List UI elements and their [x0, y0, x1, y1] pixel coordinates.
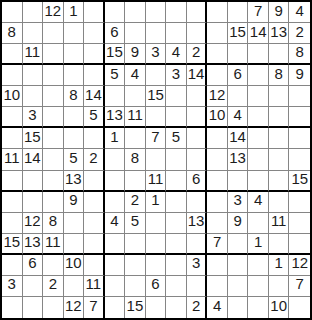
cell-r15c8[interactable] [146, 297, 167, 318]
given-digit: 15 [147, 87, 164, 102]
cell-r12c11: 7 [207, 234, 228, 255]
cell-r4c7: 4 [125, 65, 146, 86]
cell-r14c7[interactable] [125, 276, 146, 297]
cell-r13c14: 1 [269, 255, 290, 276]
cell-r13c6[interactable] [105, 255, 126, 276]
given-digit: 3 [172, 66, 180, 81]
given-digit: 14 [229, 129, 246, 144]
cell-r9c9[interactable] [166, 171, 187, 192]
cell-r8c2: 14 [23, 149, 44, 170]
cell-r3c14[interactable] [269, 44, 290, 65]
cell-r10c4: 9 [64, 192, 85, 213]
cell-r5c11: 12 [207, 86, 228, 107]
cell-r2c14: 13 [269, 23, 290, 44]
cell-r9c11[interactable] [207, 171, 228, 192]
cell-r6c11: 10 [207, 107, 228, 128]
cell-r4c4[interactable] [64, 65, 85, 86]
cell-r13c1[interactable] [2, 255, 23, 276]
cell-r9c7[interactable] [125, 171, 146, 192]
given-digit: 15 [3, 234, 20, 249]
cell-r7c11[interactable] [207, 128, 228, 149]
cell-r2c7[interactable] [125, 23, 146, 44]
cell-r2c8[interactable] [146, 23, 167, 44]
cell-r10c6[interactable] [105, 192, 126, 213]
cell-r12c12[interactable] [228, 234, 249, 255]
cell-r1c3: 12 [43, 2, 64, 23]
cell-r4c13[interactable] [248, 65, 269, 86]
cell-r1c14: 9 [269, 2, 290, 23]
cell-r13c9[interactable] [166, 255, 187, 276]
cell-r8c5: 2 [84, 149, 105, 170]
cell-r8c7: 8 [125, 149, 146, 170]
cell-r14c4[interactable] [64, 276, 85, 297]
cell-r2c11[interactable] [207, 23, 228, 44]
cell-r2c2[interactable] [23, 23, 44, 44]
cell-r7c7[interactable] [125, 128, 146, 149]
cell-r12c8[interactable] [146, 234, 167, 255]
given-digit: 8 [8, 24, 16, 39]
given-digit: 9 [233, 213, 241, 228]
cell-r6c12: 4 [228, 107, 249, 128]
given-digit: 3 [151, 44, 159, 59]
given-digit: 4 [213, 298, 221, 313]
given-digit: 1 [110, 129, 118, 144]
cell-r5c12[interactable] [228, 86, 249, 107]
cell-r11c3: 8 [43, 213, 64, 234]
cell-r7c9: 5 [166, 128, 187, 149]
given-digit: 6 [110, 24, 118, 39]
cell-r3c12[interactable] [228, 44, 249, 65]
cell-r12c13: 1 [248, 234, 269, 255]
cell-r10c10[interactable] [187, 192, 208, 213]
cell-r13c4: 10 [64, 255, 85, 276]
given-digit: 5 [131, 213, 139, 228]
cell-r11c2: 12 [23, 213, 44, 234]
given-digit: 15 [106, 44, 123, 59]
given-digit: 13 [229, 150, 246, 165]
given-digit: 7 [254, 3, 262, 18]
cell-r10c15[interactable] [289, 192, 310, 213]
given-digit: 2 [192, 44, 200, 59]
cell-r15c15[interactable] [289, 297, 310, 318]
cell-r8c10[interactable] [187, 149, 208, 170]
given-digit: 7 [151, 129, 159, 144]
cell-r6c5: 5 [84, 107, 105, 128]
cell-r8c14[interactable] [269, 149, 290, 170]
given-digit: 11 [45, 234, 61, 249]
cell-r14c14[interactable] [269, 276, 290, 297]
cell-r12c6[interactable] [105, 234, 126, 255]
cell-r11c9[interactable] [166, 213, 187, 234]
cell-r1c7[interactable] [125, 2, 146, 23]
cell-r3c2: 11 [23, 44, 44, 65]
cell-r9c5[interactable] [84, 171, 105, 192]
cell-r3c9: 4 [166, 44, 187, 65]
cell-r13c10: 3 [187, 255, 208, 276]
cell-r3c5[interactable] [84, 44, 105, 65]
cell-r12c5[interactable] [84, 234, 105, 255]
given-digit: 14 [24, 150, 41, 165]
cell-r7c5[interactable] [84, 128, 105, 149]
cell-r3c6: 15 [105, 44, 126, 65]
cell-r1c11[interactable] [207, 2, 228, 23]
given-digit: 15 [24, 129, 41, 144]
cell-r12c3: 11 [43, 234, 64, 255]
cell-r14c10[interactable] [187, 276, 208, 297]
given-digit: 11 [127, 107, 143, 122]
cell-r6c1[interactable] [2, 107, 23, 128]
given-digit: 1 [69, 3, 77, 18]
cell-r13c7[interactable] [125, 255, 146, 276]
cell-r12c15[interactable] [289, 234, 310, 255]
cell-r5c13[interactable] [248, 86, 269, 107]
cell-r7c8: 7 [146, 128, 167, 149]
cell-r2c6: 6 [105, 23, 126, 44]
cell-r2c3[interactable] [43, 23, 64, 44]
cell-r3c3[interactable] [43, 44, 64, 65]
given-digit: 11 [271, 213, 287, 228]
cell-r4c5[interactable] [84, 65, 105, 86]
given-digit: 5 [69, 150, 77, 165]
cell-r13c13[interactable] [248, 255, 269, 276]
cell-r1c5[interactable] [84, 2, 105, 23]
cell-r9c1[interactable] [2, 171, 23, 192]
cell-r14c8: 6 [146, 276, 167, 297]
cell-r11c8[interactable] [146, 213, 167, 234]
cell-r14c5: 11 [84, 276, 105, 297]
cell-r7c13[interactable] [248, 128, 269, 149]
cell-r1c1[interactable] [2, 2, 23, 23]
cell-r6c7: 11 [125, 107, 146, 128]
cell-r2c9[interactable] [166, 23, 187, 44]
cell-r4c6: 5 [105, 65, 126, 86]
cell-r1c12[interactable] [228, 2, 249, 23]
cell-r10c14[interactable] [269, 192, 290, 213]
cell-r14c12[interactable] [228, 276, 249, 297]
given-digit: 8 [49, 213, 57, 228]
given-digit: 12 [44, 3, 61, 18]
cell-r15c1[interactable] [2, 297, 23, 318]
given-digit: 14 [188, 66, 205, 81]
cell-r13c15: 12 [289, 255, 310, 276]
cell-r9c15: 15 [289, 171, 310, 192]
cell-r10c1[interactable] [2, 192, 23, 213]
cell-r3c11[interactable] [207, 44, 228, 65]
given-digit: 14 [250, 24, 267, 39]
cell-r7c3[interactable] [43, 128, 64, 149]
given-digit: 5 [172, 129, 180, 144]
cell-r3c10: 2 [187, 44, 208, 65]
cell-r1c10[interactable] [187, 2, 208, 23]
cell-r8c12: 13 [228, 149, 249, 170]
cell-r6c3[interactable] [43, 107, 64, 128]
given-digit: 2 [89, 150, 97, 165]
given-digit: 12 [209, 87, 226, 102]
cell-r12c9[interactable] [166, 234, 187, 255]
cell-r1c2[interactable] [23, 2, 44, 23]
given-digit: 5 [110, 66, 118, 81]
given-digit: 4 [172, 44, 180, 59]
given-digit: 3 [8, 276, 16, 291]
cell-r11c1[interactable] [2, 213, 23, 234]
cell-r4c3[interactable] [43, 65, 64, 86]
cell-r3c1[interactable] [2, 44, 23, 65]
cell-r15c7: 15 [125, 297, 146, 318]
cell-r2c12: 15 [228, 23, 249, 44]
cell-r5c15[interactable] [289, 86, 310, 107]
cell-r4c11[interactable] [207, 65, 228, 86]
cell-r6c4[interactable] [64, 107, 85, 128]
cell-r12c7[interactable] [125, 234, 146, 255]
cell-r15c4: 12 [64, 297, 85, 318]
cell-r1c9[interactable] [166, 2, 187, 23]
cell-r8c4: 5 [64, 149, 85, 170]
cell-r12c14[interactable] [269, 234, 290, 255]
given-digit: 10 [270, 298, 287, 313]
cell-r9c4: 13 [64, 171, 85, 192]
cell-r4c12: 6 [228, 65, 249, 86]
cell-r2c13: 14 [248, 23, 269, 44]
cell-r6c10[interactable] [187, 107, 208, 128]
given-digit: 6 [28, 255, 36, 270]
cell-r3c8: 3 [146, 44, 167, 65]
cell-r7c10[interactable] [187, 128, 208, 149]
cell-r2c15: 2 [289, 23, 310, 44]
cell-r1c8[interactable] [146, 2, 167, 23]
cell-r14c9[interactable] [166, 276, 187, 297]
given-digit: 11 [4, 150, 20, 165]
cell-r13c11[interactable] [207, 255, 228, 276]
given-digit: 13 [270, 24, 287, 39]
cell-r13c8[interactable] [146, 255, 167, 276]
cell-r5c9[interactable] [166, 86, 187, 107]
given-digit: 4 [233, 107, 241, 122]
cell-r7c4[interactable] [64, 128, 85, 149]
cell-r8c11[interactable] [207, 149, 228, 170]
cell-r12c1: 15 [2, 234, 23, 255]
cell-r10c2[interactable] [23, 192, 44, 213]
cell-r3c13[interactable] [248, 44, 269, 65]
given-digit: 8 [275, 66, 283, 81]
given-digit: 1 [151, 192, 159, 207]
given-digit: 4 [254, 192, 262, 207]
given-digit: 10 [3, 87, 20, 102]
cell-r9c14[interactable] [269, 171, 290, 192]
cell-r9c2[interactable] [23, 171, 44, 192]
cell-r15c10: 2 [187, 297, 208, 318]
cell-r6c13[interactable] [248, 107, 269, 128]
cell-r10c8: 1 [146, 192, 167, 213]
sudoku-board: 1217948615141321115934285431468910814151… [0, 0, 312, 320]
cell-r11c12: 9 [228, 213, 249, 234]
cell-r1c13: 7 [248, 2, 269, 23]
given-digit: 4 [110, 213, 118, 228]
given-digit: 3 [28, 107, 36, 122]
cell-r5c1: 10 [2, 86, 23, 107]
cell-r4c9: 3 [166, 65, 187, 86]
given-digit: 9 [275, 3, 283, 18]
cell-r10c5[interactable] [84, 192, 105, 213]
given-digit: 3 [233, 192, 241, 207]
cell-r8c3[interactable] [43, 149, 64, 170]
cell-r15c11: 4 [207, 297, 228, 318]
cell-r15c2[interactable] [23, 297, 44, 318]
given-digit: 14 [85, 87, 102, 102]
given-digit: 12 [24, 213, 41, 228]
given-digit: 2 [192, 298, 200, 313]
cell-r15c6[interactable] [105, 297, 126, 318]
cell-r13c3[interactable] [43, 255, 64, 276]
cell-r6c8[interactable] [146, 107, 167, 128]
cell-r10c12: 3 [228, 192, 249, 213]
cell-r6c2: 3 [23, 107, 44, 128]
cell-r9c12[interactable] [228, 171, 249, 192]
given-digit: 8 [69, 87, 77, 102]
cell-r8c6[interactable] [105, 149, 126, 170]
cell-r13c2: 6 [23, 255, 44, 276]
cell-r14c13[interactable] [248, 276, 269, 297]
cell-r4c14: 8 [269, 65, 290, 86]
cell-r9c8: 11 [146, 171, 167, 192]
cell-r12c4[interactable] [64, 234, 85, 255]
cell-r9c6[interactable] [105, 171, 126, 192]
cell-r8c8[interactable] [146, 149, 167, 170]
cell-r1c6[interactable] [105, 2, 126, 23]
given-digit: 15 [229, 24, 246, 39]
cell-r2c10[interactable] [187, 23, 208, 44]
cell-r5c3[interactable] [43, 86, 64, 107]
cell-r11c13[interactable] [248, 213, 269, 234]
given-digit: 13 [106, 107, 123, 122]
given-digit: 6 [192, 171, 200, 186]
cell-r5c10[interactable] [187, 86, 208, 107]
cell-r4c1[interactable] [2, 65, 23, 86]
cell-r14c1: 3 [2, 276, 23, 297]
cell-r11c14: 11 [269, 213, 290, 234]
cell-r6c9[interactable] [166, 107, 187, 128]
given-digit: 3 [192, 255, 200, 270]
given-digit: 5 [89, 107, 97, 122]
given-digit: 7 [296, 276, 304, 291]
cell-r15c5: 7 [84, 297, 105, 318]
given-digit: 12 [65, 298, 82, 313]
cell-r8c13[interactable] [248, 149, 269, 170]
cell-r13c5[interactable] [84, 255, 105, 276]
cell-r7c1[interactable] [2, 128, 23, 149]
given-digit: 2 [296, 24, 304, 39]
given-digit: 11 [148, 171, 164, 186]
given-digit: 2 [131, 192, 139, 207]
cell-r2c5[interactable] [84, 23, 105, 44]
given-digit: 6 [233, 66, 241, 81]
cell-r5c4: 8 [64, 86, 85, 107]
cell-r10c7: 2 [125, 192, 146, 213]
cell-r1c4: 1 [64, 2, 85, 23]
cell-r5c5: 14 [84, 86, 105, 107]
cell-r14c15: 7 [289, 276, 310, 297]
given-digit: 6 [151, 276, 159, 291]
cell-r12c2: 13 [23, 234, 44, 255]
cell-r10c9[interactable] [166, 192, 187, 213]
cell-r6c14[interactable] [269, 107, 290, 128]
cell-r14c2[interactable] [23, 276, 44, 297]
cell-r4c2[interactable] [23, 65, 44, 86]
cell-r5c2[interactable] [23, 86, 44, 107]
given-digit: 2 [49, 276, 57, 291]
cell-r1c15: 4 [289, 2, 310, 23]
given-digit: 11 [25, 44, 41, 59]
given-digit: 10 [65, 255, 82, 270]
cell-r4c10: 14 [187, 65, 208, 86]
cell-r8c15[interactable] [289, 149, 310, 170]
cell-r3c15: 8 [289, 44, 310, 65]
cell-r2c1: 8 [2, 23, 23, 44]
cell-r5c7[interactable] [125, 86, 146, 107]
cell-r4c8[interactable] [146, 65, 167, 86]
given-digit: 7 [89, 298, 97, 313]
given-digit: 1 [254, 234, 262, 249]
cell-r11c10: 13 [187, 213, 208, 234]
cell-r11c7: 5 [125, 213, 146, 234]
given-digit: 4 [296, 3, 304, 18]
cell-r11c15[interactable] [289, 213, 310, 234]
cell-r15c14: 10 [269, 297, 290, 318]
cell-r10c3[interactable] [43, 192, 64, 213]
cell-r15c9[interactable] [166, 297, 187, 318]
cell-r11c11[interactable] [207, 213, 228, 234]
cell-r14c11[interactable] [207, 276, 228, 297]
given-digit: 13 [188, 213, 205, 228]
given-digit: 1 [275, 255, 283, 270]
cell-r15c12[interactable] [228, 297, 249, 318]
given-digit: 12 [291, 255, 308, 270]
cell-r10c11[interactable] [207, 192, 228, 213]
given-digit: 8 [296, 44, 304, 59]
cell-r9c10: 6 [187, 171, 208, 192]
cell-r11c4[interactable] [64, 213, 85, 234]
cell-r14c6[interactable] [105, 276, 126, 297]
cell-r13c12[interactable] [228, 255, 249, 276]
cell-r15c13[interactable] [248, 297, 269, 318]
cell-r12c10[interactable] [187, 234, 208, 255]
cell-r8c9[interactable] [166, 149, 187, 170]
cell-r3c7: 9 [125, 44, 146, 65]
cell-r15c3[interactable] [43, 297, 64, 318]
cell-r14c3: 2 [43, 276, 64, 297]
cell-r7c2: 15 [23, 128, 44, 149]
given-digit: 8 [131, 150, 139, 165]
cell-r7c14[interactable] [269, 128, 290, 149]
given-digit: 9 [69, 192, 77, 207]
cell-r2c4[interactable] [64, 23, 85, 44]
cell-r7c15[interactable] [289, 128, 310, 149]
given-digit: 13 [24, 234, 41, 249]
cell-r5c14[interactable] [269, 86, 290, 107]
cell-r6c15[interactable] [289, 107, 310, 128]
cell-r3c4[interactable] [64, 44, 85, 65]
cell-r11c5[interactable] [84, 213, 105, 234]
cell-r9c13[interactable] [248, 171, 269, 192]
cell-r5c8: 15 [146, 86, 167, 107]
cell-r8c1: 11 [2, 149, 23, 170]
cell-r9c3[interactable] [43, 171, 64, 192]
cell-r6c6: 13 [105, 107, 126, 128]
cell-r10c13: 4 [248, 192, 269, 213]
cell-r5c6[interactable] [105, 86, 126, 107]
cell-r7c12: 14 [228, 128, 249, 149]
cell-r11c6: 4 [105, 213, 126, 234]
cell-r7c6: 1 [105, 128, 126, 149]
